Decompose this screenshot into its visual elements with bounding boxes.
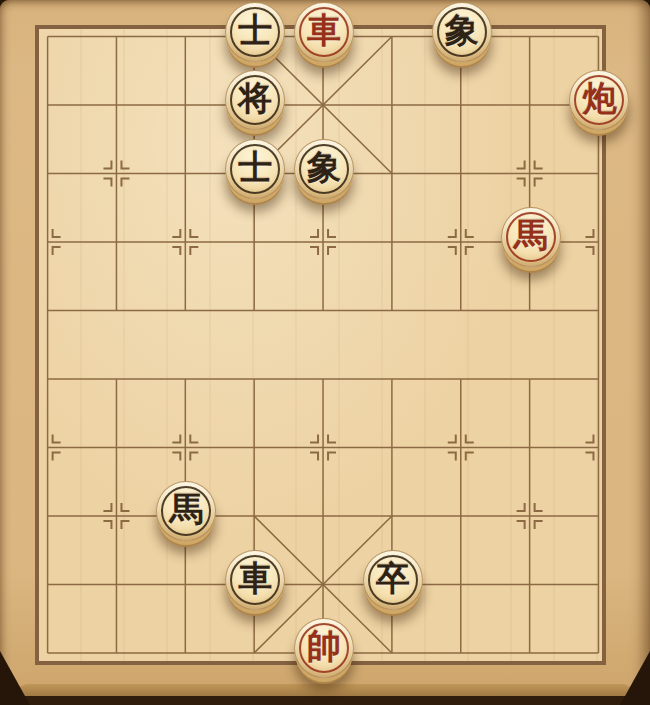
piece-red-general[interactable]: 帥 (294, 618, 354, 678)
piece-glyph: 車 (226, 551, 284, 609)
piece-black-soldier[interactable]: 卒 (363, 550, 423, 610)
piece-glyph: 帥 (295, 619, 353, 677)
xiangqi-app: 士車象将炮士象馬馬車卒帥 (0, 0, 650, 705)
piece-black-advisor[interactable]: 士 (225, 139, 285, 199)
piece-black-horse[interactable]: 馬 (156, 481, 216, 541)
piece-glyph: 炮 (570, 71, 628, 129)
piece-black-general[interactable]: 将 (225, 70, 285, 130)
piece-glyph: 士 (226, 3, 284, 61)
piece-glyph: 士 (226, 140, 284, 198)
piece-glyph: 卒 (364, 551, 422, 609)
piece-black-chariot[interactable]: 車 (225, 550, 285, 610)
piece-red-chariot[interactable]: 車 (294, 2, 354, 62)
piece-red-horse[interactable]: 馬 (501, 207, 561, 267)
piece-red-cannon[interactable]: 炮 (569, 70, 629, 130)
piece-glyph: 象 (295, 140, 353, 198)
piece-glyph: 馬 (157, 482, 215, 540)
pieces-layer: 士車象将炮士象馬馬車卒帥 (0, 0, 650, 705)
piece-glyph: 車 (295, 3, 353, 61)
piece-black-advisor[interactable]: 士 (225, 2, 285, 62)
piece-glyph: 馬 (502, 208, 560, 266)
piece-glyph: 象 (433, 3, 491, 61)
piece-black-elephant[interactable]: 象 (294, 139, 354, 199)
piece-black-elephant[interactable]: 象 (432, 2, 492, 62)
piece-glyph: 将 (226, 71, 284, 129)
